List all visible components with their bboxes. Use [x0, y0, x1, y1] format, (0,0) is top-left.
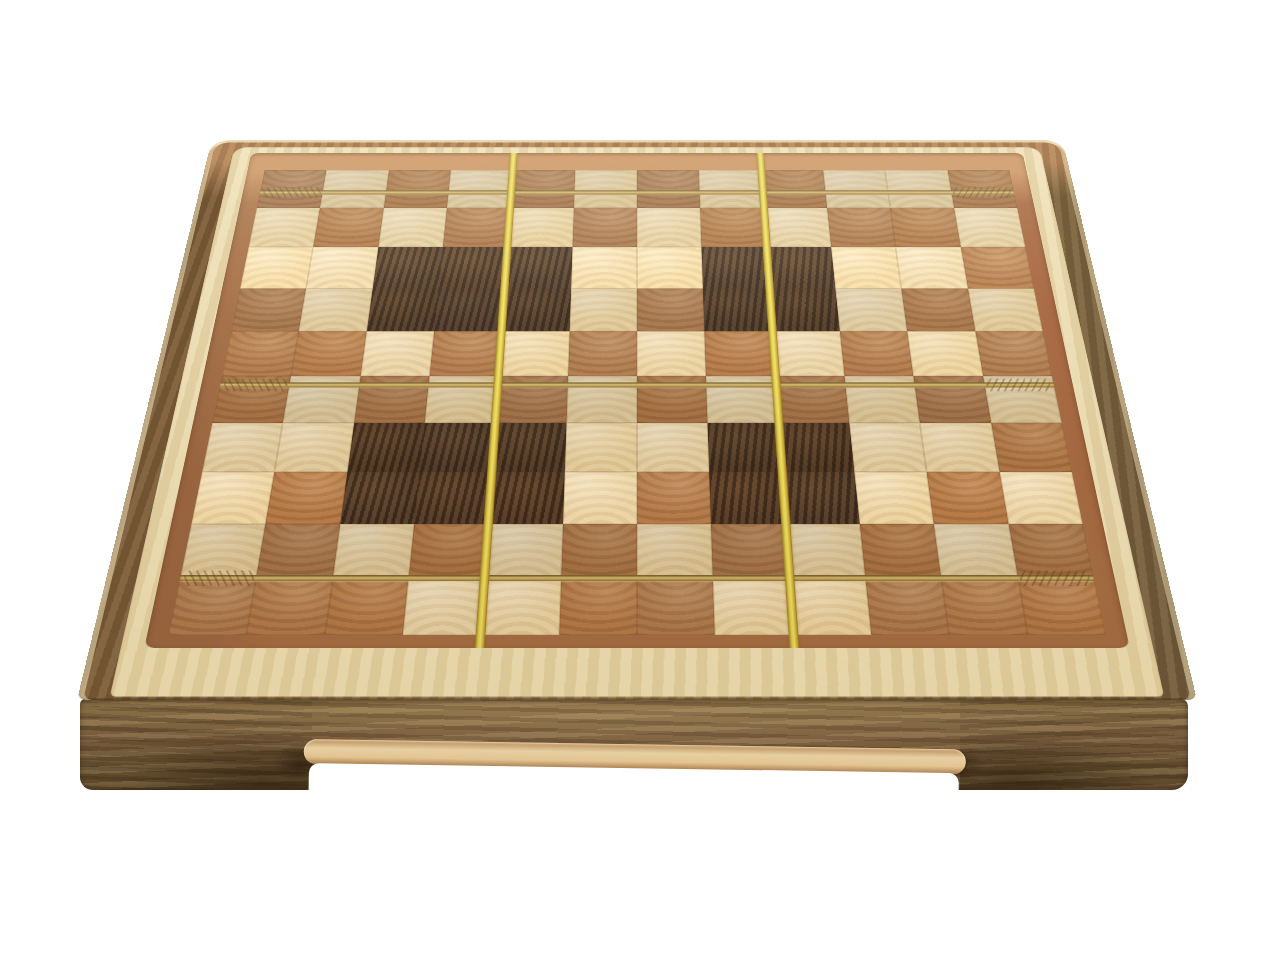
- board-cell: [332, 524, 414, 578]
- juice-groove: [260, 191, 1015, 195]
- board-cell: [572, 208, 637, 247]
- board-cell: [378, 208, 447, 247]
- checker-field: [168, 170, 1105, 635]
- board-cell: [823, 170, 890, 208]
- board-cell: [637, 578, 715, 635]
- board-cell: [637, 208, 702, 247]
- board-cell: [769, 288, 840, 331]
- board-cell: [247, 578, 333, 635]
- board-cell: [761, 170, 827, 208]
- board-cell: [499, 331, 570, 376]
- board-cell: [492, 423, 566, 472]
- board-cell: [384, 170, 451, 208]
- board-front-face: [80, 699, 1188, 790]
- board-cell: [222, 331, 299, 376]
- board-cell: [231, 288, 306, 331]
- board-cell: [367, 288, 439, 331]
- board-cell: [443, 208, 510, 247]
- board-cell: [920, 423, 999, 472]
- board-grid: [168, 170, 1105, 635]
- board-cell: [789, 578, 871, 635]
- board-cell: [439, 247, 508, 288]
- board-cell: [975, 331, 1052, 376]
- board-cell: [885, 170, 954, 208]
- board-cell: [849, 423, 927, 472]
- board-cell: [313, 208, 383, 247]
- board-cell: [702, 247, 770, 288]
- board-cell: [890, 208, 960, 247]
- board-cell: [637, 170, 700, 208]
- board-cell: [360, 331, 434, 376]
- board-cell: [968, 288, 1043, 331]
- board-cell: [934, 524, 1018, 578]
- board-cell: [637, 331, 706, 376]
- board-cell: [782, 472, 860, 524]
- board-cell: [569, 288, 637, 331]
- board-cell: [256, 524, 340, 578]
- board-cell: [711, 524, 789, 578]
- board-cell: [306, 247, 378, 288]
- board-cell: [325, 578, 409, 635]
- board-cell: [705, 331, 776, 376]
- board-cell: [700, 208, 766, 247]
- board-cell: [266, 472, 347, 524]
- board-cell: [240, 247, 313, 288]
- board-cell: [1018, 578, 1106, 635]
- board-cell: [505, 247, 573, 288]
- board-cell: [954, 208, 1026, 247]
- board-cell: [168, 578, 256, 635]
- board-cell: [561, 524, 637, 578]
- board-cell: [637, 288, 705, 331]
- board-cell: [637, 524, 713, 578]
- board-cell: [942, 578, 1028, 635]
- board-cell: [430, 331, 502, 376]
- board-cell: [637, 472, 711, 524]
- board-cell: [703, 288, 772, 331]
- board-cell: [865, 578, 949, 635]
- board-cell: [902, 288, 976, 331]
- board-cell: [927, 472, 1008, 524]
- board-cell: [510, 170, 575, 208]
- board-cell: [860, 524, 942, 578]
- board-cell: [508, 208, 574, 247]
- outer-frame: [77, 140, 1197, 700]
- board-cell: [999, 472, 1082, 524]
- board-cell: [574, 170, 637, 208]
- board-cell: [563, 472, 637, 524]
- juice-groove: [180, 575, 1095, 581]
- board-cell: [779, 423, 855, 472]
- board-cell: [947, 170, 1017, 208]
- board-cell: [372, 247, 442, 288]
- board-cell: [481, 578, 561, 635]
- board-cell: [991, 423, 1072, 472]
- board-cell: [249, 208, 320, 247]
- board-cell: [568, 331, 637, 376]
- board-cell: [766, 247, 835, 288]
- board-cell: [786, 524, 866, 578]
- board-cell: [854, 472, 934, 524]
- board-cell: [699, 170, 764, 208]
- board-cell: [637, 423, 709, 472]
- board-cell: [275, 423, 354, 472]
- board-cell: [896, 247, 968, 288]
- board-cell: [409, 524, 489, 578]
- photo-canvas: [0, 0, 1280, 960]
- board-cell: [961, 247, 1034, 288]
- board-cell: [502, 288, 571, 331]
- board-cell: [708, 423, 782, 472]
- inner-lip: [144, 153, 1130, 648]
- board-cell: [257, 170, 327, 208]
- board-cell: [831, 247, 901, 288]
- board-cell: [340, 472, 420, 524]
- board-cell: [291, 331, 366, 376]
- board-cell: [420, 423, 496, 472]
- board-cell: [571, 247, 637, 288]
- board-cell: [434, 288, 505, 331]
- board-cell: [565, 423, 637, 472]
- board-cell: [827, 208, 896, 247]
- board-cell: [488, 472, 564, 524]
- board-cell: [180, 524, 265, 578]
- board-cell: [907, 331, 982, 376]
- board-top-surface: [77, 140, 1197, 700]
- right-foot: [960, 699, 1188, 790]
- board-cell: [840, 331, 914, 376]
- board-cell: [709, 472, 785, 524]
- board-cell: [772, 331, 844, 376]
- board-cell: [835, 288, 907, 331]
- board-cell: [485, 524, 563, 578]
- board-cell: [764, 208, 831, 247]
- board-cell: [202, 423, 283, 472]
- board-cell: [559, 578, 637, 635]
- board-cell: [403, 578, 485, 635]
- maple-border-strip: [110, 147, 1164, 697]
- board-cell: [447, 170, 513, 208]
- board-cell: [347, 423, 425, 472]
- board-cell: [191, 472, 274, 524]
- board-cell: [414, 472, 492, 524]
- juice-groove: [220, 383, 1055, 388]
- board-cell: [1008, 524, 1093, 578]
- board-cell: [320, 170, 389, 208]
- board-cell: [299, 288, 373, 331]
- board-cell: [637, 247, 703, 288]
- board-cell: [713, 578, 793, 635]
- left-foot: [80, 699, 312, 790]
